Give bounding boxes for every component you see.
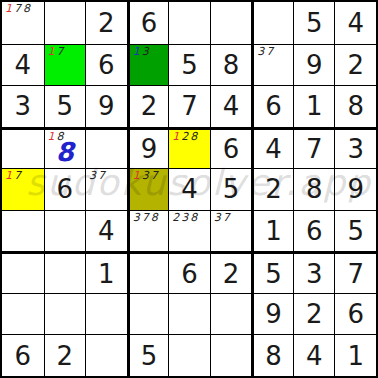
cell-r4c3[interactable] (85, 127, 127, 169)
cell-r2c4[interactable]: 13 (127, 44, 169, 86)
cell-value: 2 (141, 93, 158, 119)
cell-r9c2[interactable]: 2 (44, 334, 86, 376)
cell-candidates: 17 (5, 169, 23, 183)
cell-r9c9[interactable]: 1 (334, 334, 376, 376)
cell-r6c5[interactable]: 238 (168, 210, 210, 252)
cell-value: 1 (98, 261, 115, 287)
cell-candidates: 378 (133, 211, 160, 225)
candidate-digit: 1 (5, 169, 14, 182)
cell-r3c9[interactable]: 8 (334, 85, 376, 127)
candidate-digit: 7 (98, 169, 107, 182)
candidate-digit: 3 (257, 45, 266, 58)
cell-value: 5 (57, 93, 74, 119)
cell-r6c3[interactable]: 4 (85, 210, 127, 252)
cell-r3c4[interactable]: 2 (127, 85, 169, 127)
candidate-digit: 1 (172, 130, 181, 143)
cell-r1c1[interactable]: 178 (2, 2, 44, 44)
cell-r6c8[interactable]: 6 (293, 210, 335, 252)
candidate-digit: 7 (14, 2, 23, 15)
candidate-digit: 1 (5, 2, 14, 15)
cell-value: 6 (15, 343, 32, 369)
cell-value: 2 (98, 10, 115, 36)
cell-value: 6 (141, 10, 158, 36)
candidate-digit: 8 (190, 211, 199, 224)
candidate-digit: 8 (190, 130, 199, 143)
cell-r7c2[interactable] (44, 251, 86, 293)
cell-r8c1[interactable] (2, 293, 44, 335)
cell-r8c4[interactable] (127, 293, 169, 335)
cell-value: 3 (15, 93, 32, 119)
cell-value: 6 (265, 93, 282, 119)
cell-r5c3[interactable]: 37 (85, 168, 127, 210)
cell-value: 4 (98, 218, 115, 244)
cell-r4c5[interactable]: 128 (168, 127, 210, 169)
cell-value: 9 (306, 52, 323, 78)
cell-value: 2 (347, 52, 364, 78)
candidate-digit: 3 (89, 169, 98, 182)
cell-r4c8[interactable]: 7 (293, 127, 335, 169)
cell-r6c6[interactable]: 37 (210, 210, 252, 252)
candidate-digit: 7 (57, 45, 66, 58)
cell-r6c1[interactable] (2, 210, 44, 252)
cell-candidates: 128 (172, 130, 199, 144)
candidate-digit: 7 (14, 169, 23, 182)
cell-r8c3[interactable] (85, 293, 127, 335)
cell-r1c9[interactable]: 4 (334, 2, 376, 44)
cell-r2c3[interactable]: 6 (85, 44, 127, 86)
candidate-digit: 2 (181, 130, 190, 143)
cell-value: 5 (306, 10, 323, 36)
cell-candidates: 13 (133, 45, 151, 59)
cell-value: 8 (306, 176, 323, 202)
candidate-digit: 3 (214, 211, 223, 224)
cell-r6c7[interactable]: 1 (251, 210, 293, 252)
cell-r7c8[interactable]: 3 (293, 251, 335, 293)
cell-r1c2[interactable] (44, 2, 86, 44)
cell-value: 2 (57, 343, 74, 369)
cell-candidates: 37 (257, 45, 275, 59)
cell-r9c1[interactable]: 6 (2, 334, 44, 376)
cell-value: 8 (56, 139, 74, 165)
cell-value: 8 (223, 52, 240, 78)
cell-value: 6 (98, 52, 115, 78)
cell-r8c7[interactable]: 9 (251, 293, 293, 335)
cell-r1c6[interactable] (210, 2, 252, 44)
candidate-digit: 7 (142, 211, 151, 224)
cell-r4c2[interactable]: 188 (44, 127, 86, 169)
cell-value: 6 (181, 261, 198, 287)
cell-r7c3[interactable]: 1 (85, 251, 127, 293)
cell-value: 4 (181, 176, 198, 202)
candidate-digit: 8 (151, 211, 160, 224)
cell-value: 4 (265, 136, 282, 162)
cell-r3c7[interactable]: 6 (251, 85, 293, 127)
cell-value: 2 (306, 301, 323, 327)
cell-r3c5[interactable]: 7 (168, 85, 210, 127)
cell-r5c2[interactable]: 6 (44, 168, 86, 210)
cell-r2c8[interactable]: 9 (293, 44, 335, 86)
cell-r8c8[interactable]: 2 (293, 293, 335, 335)
cell-r5c8[interactable]: 8 (293, 168, 335, 210)
candidate-digit: 7 (266, 45, 275, 58)
candidate-digit: 3 (142, 45, 151, 58)
cell-r2c5[interactable]: 5 (168, 44, 210, 86)
cell-value: 6 (57, 176, 74, 202)
candidate-digit: 3 (142, 169, 151, 182)
candidate-digit: 7 (151, 169, 160, 182)
candidate-digit: 2 (172, 211, 181, 224)
cell-r5c7[interactable]: 2 (251, 168, 293, 210)
cell-r2c6[interactable]: 8 (210, 44, 252, 86)
cell-value: 5 (141, 343, 158, 369)
cell-value: 1 (306, 93, 323, 119)
cell-r8c2[interactable] (44, 293, 86, 335)
cell-value: 4 (347, 10, 364, 36)
cell-value: 4 (15, 52, 32, 78)
cell-value: 5 (181, 52, 198, 78)
cell-value: 2 (265, 176, 282, 202)
cell-value: 8 (347, 93, 364, 119)
cell-r9c3[interactable] (85, 334, 127, 376)
cell-value: 1 (347, 343, 364, 369)
cell-r8c9[interactable]: 6 (334, 293, 376, 335)
cell-r2c9[interactable]: 2 (334, 44, 376, 86)
candidate-digit: 7 (223, 211, 232, 224)
cell-value: 9 (98, 93, 115, 119)
cell-candidates: 37 (89, 169, 107, 183)
cell-candidates: 137 (133, 169, 160, 183)
cell-value: 6 (223, 136, 240, 162)
cell-r3c2[interactable]: 5 (44, 85, 86, 127)
cell-candidates: 17 (48, 45, 66, 59)
cell-candidates: 37 (214, 211, 232, 225)
cell-r4c4[interactable]: 9 (127, 127, 169, 169)
cell-r4c1[interactable] (2, 127, 44, 169)
cell-value: 5 (347, 218, 364, 244)
candidate-digit: 3 (133, 211, 142, 224)
cell-r7c9[interactable]: 7 (334, 251, 376, 293)
candidate-digit: 1 (48, 45, 57, 58)
cell-value: 8 (265, 343, 282, 369)
cell-r6c9[interactable]: 5 (334, 210, 376, 252)
cell-r5c5[interactable]: 4 (168, 168, 210, 210)
candidate-digit: 8 (23, 2, 32, 15)
cell-r2c1[interactable]: 4 (2, 44, 44, 86)
cell-r3c1[interactable]: 3 (2, 85, 44, 127)
cell-r1c7[interactable] (251, 2, 293, 44)
cell-r4c6[interactable]: 6 (210, 127, 252, 169)
cell-r3c6[interactable]: 4 (210, 85, 252, 127)
candidate-digit: 3 (181, 211, 190, 224)
cell-r1c8[interactable]: 5 (293, 2, 335, 44)
cell-r9c6[interactable] (210, 334, 252, 376)
cell-value: 9 (347, 176, 364, 202)
cell-r3c8[interactable]: 1 (293, 85, 335, 127)
cell-r9c7[interactable]: 8 (251, 334, 293, 376)
cell-r2c2[interactable]: 17 (44, 44, 86, 86)
cell-candidates: 238 (172, 211, 199, 225)
cell-r5c6[interactable]: 5 (210, 168, 252, 210)
cell-candidates: 178 (5, 2, 32, 16)
cell-r2c7[interactable]: 37 (251, 44, 293, 86)
cell-r6c4[interactable]: 378 (127, 210, 169, 252)
cell-value: 1 (265, 218, 282, 244)
cell-r7c6[interactable]: 2 (210, 251, 252, 293)
cell-value: 5 (223, 176, 240, 202)
cell-r4c9[interactable]: 3 (334, 127, 376, 169)
cell-r9c4[interactable]: 5 (127, 334, 169, 376)
cell-value: 3 (347, 136, 364, 162)
cell-r1c3[interactable]: 2 (85, 2, 127, 44)
cell-r6c2[interactable] (44, 210, 86, 252)
cell-value: 7 (306, 136, 323, 162)
candidate-digit: 1 (133, 169, 142, 182)
sudoku-board: 1782654417613583792359274618188912864731… (0, 0, 378, 378)
cell-r5c4[interactable]: 137 (127, 168, 169, 210)
cell-r5c9[interactable]: 9 (334, 168, 376, 210)
cell-r7c7[interactable]: 5 (251, 251, 293, 293)
cell-value: 7 (347, 261, 364, 287)
cell-value: 3 (306, 261, 323, 287)
cell-value: 4 (223, 93, 240, 119)
cell-value: 2 (223, 261, 240, 287)
cell-value: 6 (347, 301, 364, 327)
cell-value: 7 (181, 93, 198, 119)
cell-r4c7[interactable]: 4 (251, 127, 293, 169)
cell-r8c5[interactable] (168, 293, 210, 335)
cell-r9c8[interactable]: 4 (293, 334, 335, 376)
cell-r5c1[interactable]: 17 (2, 168, 44, 210)
cell-value: 6 (306, 218, 323, 244)
cell-r1c4[interactable]: 6 (127, 2, 169, 44)
cell-value: 5 (265, 261, 282, 287)
candidate-digit: 1 (133, 45, 142, 58)
cell-r7c1[interactable] (2, 251, 44, 293)
sudoku-app: 1782654417613583792359274618188912864731… (0, 0, 378, 378)
cell-value: 9 (265, 301, 282, 327)
cell-r7c5[interactable]: 6 (168, 251, 210, 293)
cell-value: 9 (141, 136, 158, 162)
cell-r3c3[interactable]: 9 (85, 85, 127, 127)
cell-r1c5[interactable] (168, 2, 210, 44)
cell-r7c4[interactable] (127, 251, 169, 293)
cell-value: 4 (306, 343, 323, 369)
cell-r8c6[interactable] (210, 293, 252, 335)
cell-r9c5[interactable] (168, 334, 210, 376)
